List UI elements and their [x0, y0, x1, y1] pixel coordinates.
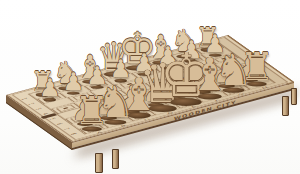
board-leg: [282, 96, 289, 116]
rank-label-8: 8: [68, 131, 80, 136]
board-leg: [112, 149, 119, 169]
rank-label-7: 7: [61, 126, 73, 131]
rank-label-1: 1: [19, 96, 31, 101]
rank-label-6: 6: [54, 121, 66, 126]
board-leg: [291, 88, 297, 105]
rank-label-3: 3: [33, 106, 45, 111]
wooden-chess-set-photo: 12345678 ABCDEFGH WOODEN.CITY ♜♞♝♛♚♝♞♜♟♟…: [0, 0, 300, 174]
rank-label-2: 2: [26, 101, 38, 106]
board-leg: [95, 153, 103, 173]
